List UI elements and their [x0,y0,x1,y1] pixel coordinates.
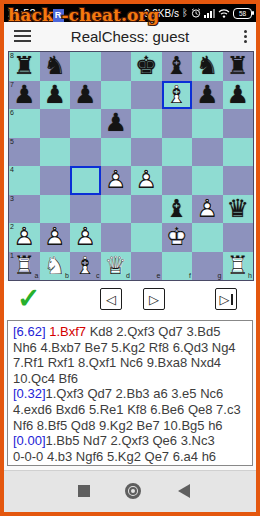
piece-outline: ♙ [40,223,71,252]
square-a3[interactable]: 3 [9,195,40,224]
status-bar: 21:52 0.2KB/s ᛒ 58 [4,4,256,22]
square-f1[interactable]: f [162,252,193,281]
file-label: d [126,272,130,280]
clock-text: 21:52 [8,7,36,19]
square-g7[interactable]: ♟ [192,81,223,110]
analysis-move-list[interactable]: [6.62] 1.Bxf7 Kd8 2.Qxf3 Qd7 3.Bd5Nh6 4.… [7,320,253,466]
back-triangle-icon[interactable] [178,484,190,498]
black-bishop-piece[interactable]: ♝ [162,52,193,81]
connection-ok-check-icon: ✓ [17,282,40,315]
square-a4[interactable]: 4 [9,166,40,195]
piece-outline: ♙ [131,166,162,195]
square-e2[interactable] [131,223,162,252]
step-forward-icon: ▷ [149,292,159,307]
move-text: Kd8 2.Qxf3 Qd7 3.Bd5 [86,324,220,339]
file-label: h [248,272,252,280]
file-label: e [157,272,161,280]
black-queen-piece[interactable]: ♛ [223,195,254,224]
square-f7[interactable]: ♝♗ [162,81,193,110]
square-f5[interactable] [162,138,193,167]
square-e5[interactable] [131,138,162,167]
rank-label: 6 [10,109,14,117]
alarm-icon [191,8,201,18]
square-g2[interactable] [192,223,223,252]
square-a8[interactable]: 8♜ [9,52,40,81]
square-h3[interactable]: ♛ [223,195,254,224]
square-d7[interactable] [101,81,132,110]
square-d6[interactable]: ♟ [101,109,132,138]
piece-outline: ♔ [162,223,193,252]
rank-label: 2 [10,223,14,231]
step-back-button[interactable]: ◁ [100,288,122,310]
black-bishop-piece[interactable]: ♝ [162,195,193,224]
square-h6[interactable] [223,109,254,138]
step-back-icon: ◁ [106,292,116,307]
square-a7[interactable]: 7♟ [9,81,40,110]
square-d5[interactable] [101,138,132,167]
square-f6[interactable] [162,109,193,138]
black-knight-piece[interactable]: ♞ [192,52,223,81]
square-b6[interactable] [40,109,71,138]
file-label: f [189,272,191,280]
square-g1[interactable]: g [192,252,223,281]
square-a2[interactable]: 2♟♙ [9,223,40,252]
controls-panel: ✓ ◁▷▷ [4,281,256,320]
square-e7[interactable] [131,81,162,110]
move-line: [0.32]1.Qxf3 Qd7 2.Bb3 a6 3.e5 Nc6 [13,386,248,402]
file-label: c [96,272,100,280]
square-g3[interactable]: ♟♙ [192,195,223,224]
square-c6[interactable] [70,109,101,138]
square-b2[interactable]: ♟♙ [40,223,71,252]
square-b3[interactable] [40,195,71,224]
square-c4[interactable] [70,166,101,195]
page-title: RealChess: guest [4,28,256,45]
square-c5[interactable] [70,138,101,167]
black-pawn-piece[interactable]: ♟ [70,81,101,110]
square-e6[interactable] [131,109,162,138]
piece-outline: ♙ [192,195,223,224]
square-c3[interactable] [70,195,101,224]
piece-outline: ♗ [162,81,193,110]
wifi-icon [218,8,230,18]
rank-label: 4 [10,166,14,174]
file-label: a [35,272,39,280]
square-a5[interactable]: 5 [9,138,40,167]
move-text: 4.exd6 Bxd6 5.Re1 Kf8 6.Be6 Qe8 7.c3 [13,402,241,417]
android-nav-bar [4,470,256,512]
black-pawn-piece[interactable]: ♟ [40,81,71,110]
file-label: b [65,272,69,280]
square-a6[interactable]: 6 [9,109,40,138]
screen-frame: 21:52 0.2KB/s ᛒ 58 hack R -cheat.org Rea… [0,0,260,516]
move-text: 7.Rf1 Rxf1 8.Qxf1 Nc6 9.Bxa8 Nxd4 [13,355,221,370]
square-d4[interactable]: ♟♙ [101,166,132,195]
square-d3[interactable] [101,195,132,224]
square-b8[interactable]: ♞ [40,52,71,81]
square-d2[interactable] [101,223,132,252]
square-c1[interactable]: c♝♗ [70,252,101,281]
square-h5[interactable] [223,138,254,167]
square-g4[interactable] [192,166,223,195]
piece-outline: ♙ [101,166,132,195]
home-circle-icon[interactable] [125,483,141,499]
move-text: 1.Bb5 Nd7 2.Qxf3 Qe6 3.Nc3 [46,433,215,448]
square-e1[interactable]: e [131,252,162,281]
square-c8[interactable] [70,52,101,81]
app-bar: RealChess: guest [4,22,256,50]
rank-label: 3 [10,195,14,203]
square-g5[interactable] [192,138,223,167]
move-text: 10.Qc4 Bf6 [13,371,78,386]
go-to-end-icon: ▷ [220,292,230,307]
square-e8[interactable]: ♚ [131,52,162,81]
square-f2[interactable]: ♚♔ [162,223,193,252]
bluetooth-icon: ᛒ [182,8,188,18]
square-a1[interactable]: 1a♜♖ [9,252,40,281]
move-line: 0-0-0 4.b3 Ngf6 5.Kg2 Qe7 6.a4 h6 [13,449,248,465]
recents-square-icon[interactable] [78,485,90,497]
move-line: 7.Rf1 Rxf1 8.Qxf1 Nc6 9.Bxa8 Nxd4 [13,355,248,371]
played-move: 1.Bxf7 [49,324,86,339]
move-line: Nf6 8.Bf5 Qd8 9.Kg2 Be7 10.Bg5 h6 [13,418,248,434]
black-pawn-piece[interactable]: ♟ [101,109,132,138]
square-b7[interactable]: ♟ [40,81,71,110]
eval-score: [6.62] [13,324,46,339]
move-text: Nh6 4.Bxb7 Be7 5.Kg2 Rf8 6.Qd3 Ng4 [13,340,236,355]
square-h7[interactable]: ♟ [223,81,254,110]
move-line: [0.00]1.Bb5 Nd7 2.Qxf3 Qe6 3.Nc3 [13,433,248,449]
piece-outline: ♙ [70,223,101,252]
battery-icon: 58 [233,8,252,19]
signal-icon [204,8,215,18]
square-d1[interactable]: d♛♕ [101,252,132,281]
square-c2[interactable]: ♟♙ [70,223,101,252]
square-h1[interactable]: h♜♖ [223,252,254,281]
move-line: Nh6 4.Bxb7 Be7 5.Kg2 Rf8 6.Qd3 Ng4 [13,340,248,356]
square-c7[interactable]: ♟ [70,81,101,110]
move-line: [6.62] 1.Bxf7 Kd8 2.Qxf3 Qd7 3.Bd5 [13,324,248,340]
square-h4[interactable] [223,166,254,195]
black-king-piece[interactable]: ♚ [131,52,162,81]
square-f8[interactable]: ♝ [162,52,193,81]
square-h2[interactable] [223,223,254,252]
square-d8[interactable] [101,52,132,81]
move-text: 0-0-0 4.b3 Ngf6 5.Kg2 Qe7 6.a4 h6 [13,449,216,464]
eval-score: [0.00] [13,433,46,448]
square-e3[interactable] [131,195,162,224]
square-h8[interactable]: ♜ [223,52,254,81]
board-wrap: 8♜♞♚♝♞♜7♟♟♟♝♗♟♟6♟54♟♙♟♙3♝♟♙♛2♟♙♟♙♟♙♚♔1a♜… [4,50,256,281]
black-pawn-piece[interactable]: ♟ [192,81,223,110]
chess-board[interactable]: 8♜♞♚♝♞♜7♟♟♟♝♗♟♟6♟54♟♙♟♙3♝♟♙♛2♟♙♟♙♟♙♚♔1a♜… [8,51,254,281]
square-g6[interactable] [192,109,223,138]
step-forward-button[interactable]: ▷ [143,288,165,310]
rank-label: 7 [10,81,14,89]
move-line: 10.Qc4 Bf6 [13,371,248,387]
black-rook-piece[interactable]: ♜ [223,52,254,81]
file-label: g [218,272,222,280]
square-g8[interactable]: ♞ [192,52,223,81]
square-e4[interactable]: ♟♙ [131,166,162,195]
move-text: Nf6 8.Bf5 Qd8 9.Kg2 Be7 10.Bg5 h6 [13,418,223,433]
rank-label: 8 [10,52,14,60]
net-speed-text: 0.2KB/s [144,8,179,19]
rank-label: 5 [10,138,14,146]
black-knight-piece[interactable]: ♞ [40,52,71,81]
move-line: 4.exd6 Bxd6 5.Re1 Kf8 6.Be6 Qe8 7.c3 [13,402,248,418]
square-b4[interactable] [40,166,71,195]
move-text: 1.Qxf3 Qd7 2.Bb3 a6 3.e5 Nc6 [46,386,224,401]
rank-label: 1 [10,252,14,260]
square-f3[interactable]: ♝ [162,195,193,224]
black-pawn-piece[interactable]: ♟ [223,81,254,110]
square-f4[interactable] [162,166,193,195]
square-b1[interactable]: b♞♘ [40,252,71,281]
go-to-end-button[interactable]: ▷ [215,288,237,310]
end-bar-icon [231,294,233,305]
square-b5[interactable] [40,138,71,167]
eval-score: [0.32] [13,386,46,401]
